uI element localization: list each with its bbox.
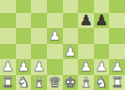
square-e2[interactable] [63,59,79,75]
white-pawn[interactable]: ♟ [16,59,32,75]
square-c3[interactable] [31,44,47,60]
white-pawn[interactable]: ♟ [31,59,47,75]
square-h5[interactable] [109,13,125,29]
square-d2[interactable] [47,59,63,75]
board-crop-viewport: ♜♞♝♛♚♝♞♜♟♟♟♟♟♟♟♟♟♟♟♟♟♟♟♟♜♞♝♛♚♝♞♜ [0,0,125,90]
square-a2[interactable]: ♟ [0,59,16,75]
white-bishop[interactable]: ♝ [78,75,94,90]
square-a3[interactable] [0,44,16,60]
square-a1[interactable]: ♜ [0,75,16,90]
square-d5[interactable] [47,13,63,29]
chess-board: ♜♞♝♛♚♝♞♜♟♟♟♟♟♟♟♟♟♟♟♟♟♟♟♟♜♞♝♛♚♝♞♜ [0,0,125,90]
square-f3[interactable] [78,44,94,60]
square-b4[interactable] [16,28,32,44]
square-c1[interactable]: ♝ [31,75,47,90]
square-g6[interactable] [94,0,110,13]
white-pawn[interactable]: ♟ [47,28,63,44]
white-pawn[interactable]: ♟ [109,59,125,75]
white-queen[interactable]: ♛ [47,75,63,90]
square-a5[interactable] [0,13,16,29]
square-g5[interactable]: ♟ [94,13,110,29]
square-d3[interactable] [47,44,63,60]
square-d1[interactable]: ♛ [47,75,63,90]
square-e4[interactable] [63,28,79,44]
white-knight[interactable]: ♞ [16,75,32,90]
square-c5[interactable] [31,13,47,29]
white-bishop[interactable]: ♝ [31,75,47,90]
white-knight[interactable]: ♞ [94,75,110,90]
square-a4[interactable] [0,28,16,44]
square-f1[interactable]: ♝ [78,75,94,90]
black-pawn[interactable]: ♟ [78,13,94,29]
square-h6[interactable] [109,0,125,13]
square-e3[interactable]: ♟ [63,44,79,60]
square-h1[interactable]: ♜ [109,75,125,90]
square-g3[interactable] [94,44,110,60]
square-d6[interactable] [47,0,63,13]
white-king[interactable]: ♚ [63,75,79,90]
square-c4[interactable] [31,28,47,44]
square-f6[interactable] [78,0,94,13]
square-g1[interactable]: ♞ [94,75,110,90]
white-pawn[interactable]: ♟ [78,59,94,75]
square-g2[interactable]: ♟ [94,59,110,75]
square-b2[interactable]: ♟ [16,59,32,75]
white-pawn[interactable]: ♟ [0,59,16,75]
square-e5[interactable] [63,13,79,29]
square-f5[interactable]: ♟ [78,13,94,29]
square-b3[interactable] [16,44,32,60]
square-h4[interactable] [109,28,125,44]
square-c6[interactable] [31,0,47,13]
square-f2[interactable]: ♟ [78,59,94,75]
square-b5[interactable] [16,13,32,29]
white-pawn[interactable]: ♟ [63,44,79,60]
square-e1[interactable]: ♚ [63,75,79,90]
white-rook[interactable]: ♜ [0,75,16,90]
square-c2[interactable]: ♟ [31,59,47,75]
square-b6[interactable] [16,0,32,13]
black-pawn[interactable]: ♟ [94,13,110,29]
square-e6[interactable] [63,0,79,13]
square-h3[interactable] [109,44,125,60]
square-g4[interactable] [94,28,110,44]
white-pawn[interactable]: ♟ [94,59,110,75]
square-a6[interactable] [0,0,16,13]
square-b1[interactable]: ♞ [16,75,32,90]
white-rook[interactable]: ♜ [109,75,125,90]
square-h2[interactable]: ♟ [109,59,125,75]
square-d4[interactable]: ♟ [47,28,63,44]
square-f4[interactable] [78,28,94,44]
